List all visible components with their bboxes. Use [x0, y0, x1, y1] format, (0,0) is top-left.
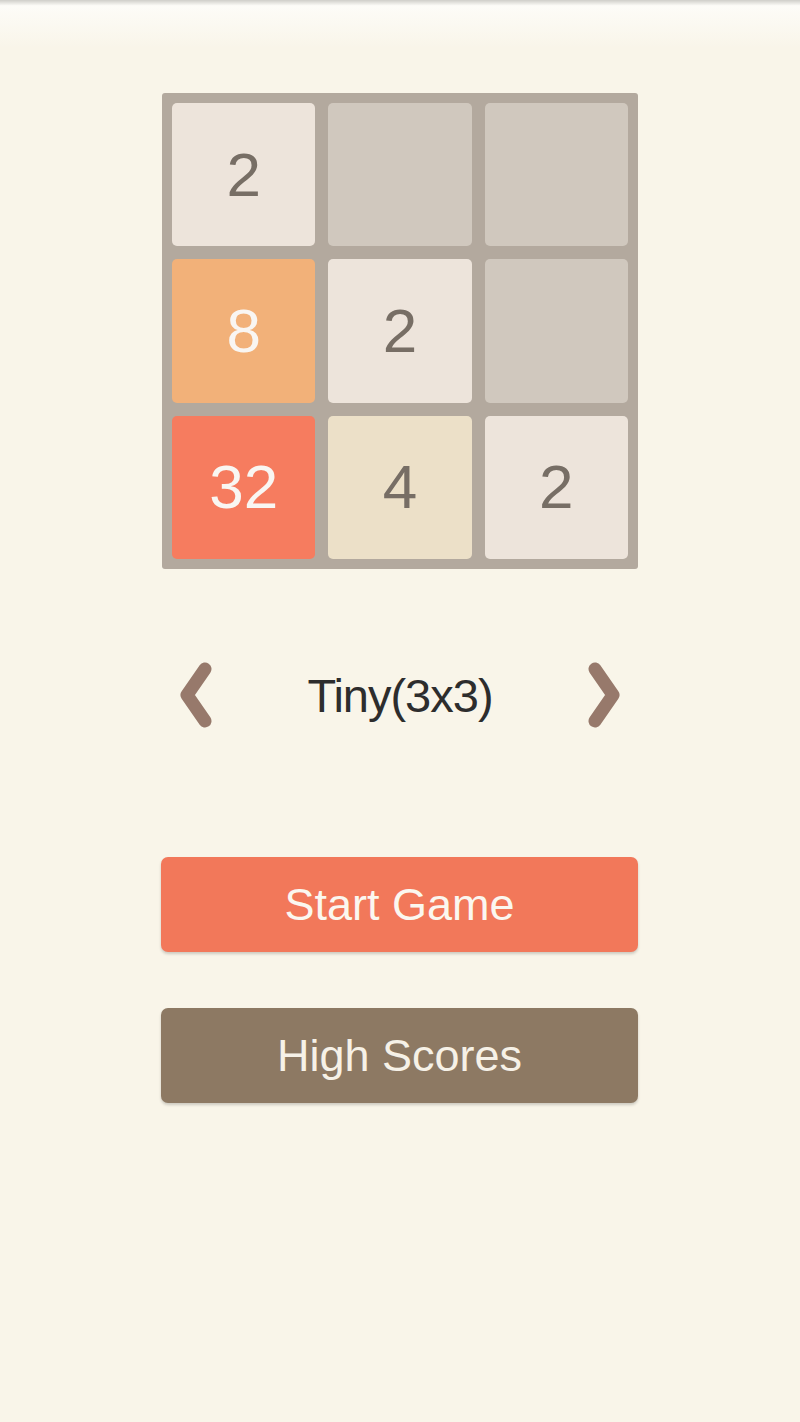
empty-cell: [485, 103, 628, 246]
tile-32: 32: [172, 416, 315, 559]
board-size-selector: Tiny(3x3): [162, 655, 638, 735]
next-size-button[interactable]: [586, 661, 622, 729]
empty-cell: [328, 103, 471, 246]
tile-2: 2: [172, 103, 315, 246]
game-board[interactable]: 2823242: [162, 93, 638, 569]
chevron-left-icon: [178, 661, 214, 729]
tile-2: 2: [328, 259, 471, 402]
board-size-label: Tiny(3x3): [162, 668, 638, 723]
tile-4: 4: [328, 416, 471, 559]
empty-cell: [485, 259, 628, 402]
app-screen: 2823242 Tiny(3x3) Start Game High Scores: [0, 0, 800, 1422]
status-bar-shadow: [0, 0, 800, 48]
high-scores-button[interactable]: High Scores: [161, 1008, 638, 1103]
tile-8: 8: [172, 259, 315, 402]
previous-size-button[interactable]: [178, 661, 214, 729]
tile-2: 2: [485, 416, 628, 559]
chevron-right-icon: [586, 661, 622, 729]
start-game-button[interactable]: Start Game: [161, 857, 638, 952]
